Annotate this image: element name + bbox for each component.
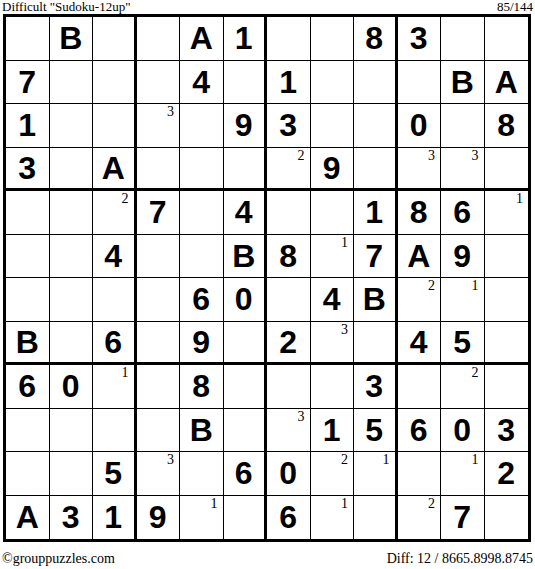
cell-r8c1[interactable]: B — [6, 322, 50, 366]
cell-r1c5[interactable]: A — [180, 17, 224, 61]
given-digit: 0 — [279, 457, 297, 489]
cell-r11c7[interactable]: 0 — [267, 452, 311, 496]
pencil-mark: 1 — [472, 453, 479, 468]
pencil-mark: 2 — [428, 497, 435, 512]
cell-r10c6[interactable] — [224, 409, 268, 453]
cell-r4c8[interactable]: 9 — [311, 148, 355, 192]
cell-r1c8[interactable] — [311, 17, 355, 61]
given-digit: 1 — [323, 414, 341, 446]
cell-r11c10[interactable] — [398, 452, 442, 496]
given-digit: 3 — [279, 109, 297, 141]
cell-r4c5[interactable] — [180, 148, 224, 192]
cell-r5c2[interactable] — [50, 191, 94, 235]
cell-r3c12[interactable]: 8 — [485, 104, 529, 148]
cell-r4c2[interactable] — [50, 148, 94, 192]
given-digit: 5 — [453, 326, 471, 358]
cell-r3c2[interactable] — [50, 104, 94, 148]
pencil-mark: 1 — [383, 453, 390, 468]
cell-r11c2[interactable] — [50, 452, 94, 496]
cell-r1c3[interactable] — [93, 17, 137, 61]
pencil-mark: 2 — [298, 149, 305, 164]
cell-r1c11[interactable] — [441, 17, 485, 61]
cell-r11c5[interactable] — [180, 452, 224, 496]
given-digit: 7 — [453, 501, 471, 533]
cell-r9c1[interactable]: 6 — [6, 365, 50, 409]
pencil-mark: 2 — [428, 279, 435, 294]
cell-r7c5[interactable]: 6 — [180, 278, 224, 322]
cell-r1c2[interactable]: B — [50, 17, 94, 61]
cell-r12c8[interactable]: 1 — [311, 496, 355, 540]
pencil-mark: 1 — [472, 279, 479, 294]
cell-r2c1[interactable]: 7 — [6, 61, 50, 105]
footer: ©grouppuzzles.com Diff: 12 / 8665.8998.8… — [2, 551, 533, 568]
cell-r11c8[interactable]: 2 — [311, 452, 355, 496]
cell-r5c4[interactable]: 7 — [137, 191, 181, 235]
given-digit: 3 — [62, 501, 80, 533]
pencil-mark: 1 — [516, 192, 523, 207]
given-digit: 4 — [410, 326, 428, 358]
cell-r6c11[interactable]: 9 — [441, 235, 485, 279]
cell-r10c10[interactable]: 6 — [398, 409, 442, 453]
cell-r11c6[interactable]: 6 — [224, 452, 268, 496]
cell-r3c8[interactable] — [311, 104, 355, 148]
cell-r8c8[interactable]: 3 — [311, 322, 355, 366]
given-digit: 4 — [235, 196, 253, 228]
cell-r2c6[interactable] — [224, 61, 268, 105]
cell-r6c5[interactable] — [180, 235, 224, 279]
given-digit: A — [102, 152, 125, 184]
given-digit: 6 — [453, 196, 471, 228]
cell-r11c4[interactable]: 3 — [137, 452, 181, 496]
cell-r12c6[interactable] — [224, 496, 268, 540]
cell-r1c9[interactable]: 8 — [354, 17, 398, 61]
cell-r8c11[interactable]: 5 — [441, 322, 485, 366]
cell-r3c1[interactable]: 1 — [6, 104, 50, 148]
pencil-mark: 3 — [298, 410, 305, 425]
cell-r10c5[interactable]: B — [180, 409, 224, 453]
given-digit: 4 — [104, 240, 122, 272]
cell-r1c4[interactable] — [137, 17, 181, 61]
given-digit: 1 — [18, 109, 36, 141]
cell-r2c2[interactable] — [50, 61, 94, 105]
cell-r9c4[interactable] — [137, 365, 181, 409]
cell-r6c2[interactable] — [50, 235, 94, 279]
cell-r12c10[interactable]: 2 — [398, 496, 442, 540]
cell-r4c12[interactable] — [485, 148, 529, 192]
cell-r1c10[interactable]: 3 — [398, 17, 442, 61]
cell-r8c10[interactable]: 4 — [398, 322, 442, 366]
cell-r6c7[interactable]: 8 — [267, 235, 311, 279]
given-digit: 9 — [323, 152, 341, 184]
cell-r8c4[interactable] — [137, 322, 181, 366]
cell-r10c8[interactable]: 1 — [311, 409, 355, 453]
cell-r7c8[interactable]: 4 — [311, 278, 355, 322]
given-digit: B — [59, 22, 82, 54]
cell-r5c9[interactable]: 1 — [354, 191, 398, 235]
given-digit: 4 — [192, 66, 210, 98]
cell-r5c5[interactable] — [180, 191, 224, 235]
given-digit: 8 — [410, 196, 428, 228]
cell-r5c11[interactable]: 6 — [441, 191, 485, 235]
cell-r8c6[interactable] — [224, 322, 268, 366]
given-digit: 0 — [235, 283, 253, 315]
cell-r12c4[interactable]: 9 — [137, 496, 181, 540]
given-digit: A — [495, 66, 518, 98]
cell-r5c12[interactable]: 1 — [485, 191, 529, 235]
cell-r5c1[interactable] — [6, 191, 50, 235]
cell-r10c12[interactable]: 3 — [485, 409, 529, 453]
cell-r4c3[interactable]: A — [93, 148, 137, 192]
given-digit: 1 — [104, 501, 122, 533]
cell-r9c8[interactable] — [311, 365, 355, 409]
given-digit: 9 — [149, 501, 167, 533]
given-digit: A — [407, 240, 430, 272]
given-digit: A — [190, 22, 213, 54]
header: Difficult "Sudoku-12up" 85/144 — [2, 0, 533, 14]
given-digit: 7 — [149, 196, 167, 228]
cell-r9c10[interactable] — [398, 365, 442, 409]
cell-r12c5[interactable]: 1 — [180, 496, 224, 540]
given-digit: B — [363, 283, 386, 315]
pencil-mark: 2 — [122, 192, 129, 207]
cell-r10c9[interactable]: 5 — [354, 409, 398, 453]
cell-r4c1[interactable]: 3 — [6, 148, 50, 192]
given-digit: 6 — [279, 501, 297, 533]
cell-r2c7[interactable]: 1 — [267, 61, 311, 105]
given-digit: A — [16, 501, 39, 533]
given-digit: 0 — [62, 370, 80, 402]
given-digit: 9 — [192, 326, 210, 358]
pencil-mark: 3 — [341, 323, 348, 338]
cell-r1c7[interactable] — [267, 17, 311, 61]
cell-r8c9[interactable] — [354, 322, 398, 366]
cell-r10c2[interactable] — [50, 409, 94, 453]
cell-r5c6[interactable]: 4 — [224, 191, 268, 235]
cell-r3c10[interactable]: 0 — [398, 104, 442, 148]
cell-r12c11[interactable]: 7 — [441, 496, 485, 540]
copyright-text: ©grouppuzzles.com — [2, 551, 115, 567]
given-digit: 8 — [192, 370, 210, 402]
given-digit: 3 — [365, 370, 383, 402]
cell-r8c5[interactable]: 9 — [180, 322, 224, 366]
puzzle-counter: 85/144 — [497, 0, 533, 14]
cell-r5c3[interactable]: 2 — [93, 191, 137, 235]
cell-r2c9[interactable] — [354, 61, 398, 105]
cell-r3c11[interactable] — [441, 104, 485, 148]
cell-r10c11[interactable]: 0 — [441, 409, 485, 453]
cell-r9c2[interactable]: 0 — [50, 365, 94, 409]
cell-r9c3[interactable]: 1 — [93, 365, 137, 409]
given-digit: 7 — [18, 66, 36, 98]
cell-r7c1[interactable] — [6, 278, 50, 322]
cell-r7c4[interactable] — [137, 278, 181, 322]
cell-r6c10[interactable]: A — [398, 235, 442, 279]
cell-r11c11[interactable]: 1 — [441, 452, 485, 496]
cell-r12c3[interactable]: 1 — [93, 496, 137, 540]
pencil-mark: 3 — [167, 105, 174, 120]
given-digit: 0 — [453, 414, 471, 446]
given-digit: 2 — [279, 326, 297, 358]
cell-r12c2[interactable]: 3 — [50, 496, 94, 540]
cell-r4c6[interactable] — [224, 148, 268, 192]
cell-r1c12[interactable] — [485, 17, 529, 61]
cell-r8c12[interactable] — [485, 322, 529, 366]
given-digit: 0 — [410, 109, 428, 141]
given-digit: B — [16, 326, 39, 358]
given-digit: 4 — [323, 283, 341, 315]
pencil-mark: 1 — [341, 497, 348, 512]
cell-r6c6[interactable]: B — [224, 235, 268, 279]
cell-r8c2[interactable] — [50, 322, 94, 366]
given-digit: 5 — [365, 414, 383, 446]
cell-r7c12[interactable] — [485, 278, 529, 322]
cell-r5c8[interactable] — [311, 191, 355, 235]
given-digit: B — [451, 66, 474, 98]
cell-r12c12[interactable] — [485, 496, 529, 540]
cell-r7c9[interactable]: B — [354, 278, 398, 322]
cell-r11c12[interactable]: 2 — [485, 452, 529, 496]
cell-r9c7[interactable] — [267, 365, 311, 409]
cell-r5c7[interactable] — [267, 191, 311, 235]
cell-r4c7[interactable]: 2 — [267, 148, 311, 192]
cell-r11c1[interactable] — [6, 452, 50, 496]
given-digit: 1 — [235, 22, 253, 54]
pencil-mark: 1 — [211, 497, 218, 512]
cell-r8c3[interactable]: 6 — [93, 322, 137, 366]
cell-r3c4[interactable]: 3 — [137, 104, 181, 148]
cell-r4c9[interactable] — [354, 148, 398, 192]
cell-r2c5[interactable]: 4 — [180, 61, 224, 105]
cell-r5c10[interactable]: 8 — [398, 191, 442, 235]
given-digit: 3 — [497, 414, 515, 446]
cell-r11c9[interactable]: 1 — [354, 452, 398, 496]
pencil-mark: 1 — [341, 236, 348, 251]
cell-r8c7[interactable]: 2 — [267, 322, 311, 366]
cell-r12c9[interactable] — [354, 496, 398, 540]
cell-r4c4[interactable] — [137, 148, 181, 192]
cell-r1c6[interactable]: 1 — [224, 17, 268, 61]
cell-r6c9[interactable]: 7 — [354, 235, 398, 279]
given-digit: 9 — [453, 240, 471, 272]
cell-r7c3[interactable] — [93, 278, 137, 322]
cell-r7c2[interactable] — [50, 278, 94, 322]
given-digit: 6 — [410, 414, 428, 446]
given-digit: 3 — [18, 152, 36, 184]
cell-r3c9[interactable] — [354, 104, 398, 148]
pencil-mark: 2 — [341, 453, 348, 468]
cell-r3c6[interactable]: 9 — [224, 104, 268, 148]
cell-r11c3[interactable]: 5 — [93, 452, 137, 496]
cell-r10c7[interactable]: 3 — [267, 409, 311, 453]
cell-r1c1[interactable] — [6, 17, 50, 61]
cell-r7c7[interactable] — [267, 278, 311, 322]
cell-r3c7[interactable]: 3 — [267, 104, 311, 148]
given-digit: 1 — [279, 66, 297, 98]
cell-r4c11[interactable]: 3 — [441, 148, 485, 192]
cell-r12c1[interactable]: A — [6, 496, 50, 540]
cell-r6c3[interactable]: 4 — [93, 235, 137, 279]
cell-r10c3[interactable] — [93, 409, 137, 453]
cell-r4c10[interactable]: 3 — [398, 148, 442, 192]
given-digit: 2 — [497, 457, 515, 489]
cell-r12c7[interactable]: 6 — [267, 496, 311, 540]
cell-r2c10[interactable] — [398, 61, 442, 105]
difficulty-text: Diff: 12 / 8665.8998.8745 — [387, 551, 533, 567]
given-digit: 6 — [18, 370, 36, 402]
given-digit: 1 — [365, 196, 383, 228]
puzzle-title: Difficult "Sudoku-12up" — [2, 0, 130, 14]
pencil-mark: 2 — [472, 366, 479, 381]
cell-r9c5[interactable]: 8 — [180, 365, 224, 409]
cell-r6c8[interactable]: 1 — [311, 235, 355, 279]
cell-r6c1[interactable] — [6, 235, 50, 279]
pencil-mark: 3 — [167, 453, 174, 468]
cell-r7c6[interactable]: 0 — [224, 278, 268, 322]
cell-r10c4[interactable] — [137, 409, 181, 453]
cell-r10c1[interactable] — [6, 409, 50, 453]
given-digit: 3 — [410, 22, 428, 54]
cell-r7c10[interactable]: 2 — [398, 278, 442, 322]
cell-r2c11[interactable]: B — [441, 61, 485, 105]
cell-r2c4[interactable] — [137, 61, 181, 105]
cell-r3c3[interactable] — [93, 104, 137, 148]
cell-r2c3[interactable] — [93, 61, 137, 105]
cell-r2c12[interactable]: A — [485, 61, 529, 105]
cell-r2c8[interactable] — [311, 61, 355, 105]
given-digit: 8 — [279, 240, 297, 272]
given-digit: 6 — [192, 283, 210, 315]
cell-r3c5[interactable] — [180, 104, 224, 148]
cell-r9c11[interactable]: 2 — [441, 365, 485, 409]
given-digit: 6 — [235, 457, 253, 489]
cell-r9c9[interactable]: 3 — [354, 365, 398, 409]
sudoku-grid: BA183741BA1393083A293327418614B817A9604B… — [3, 14, 531, 542]
given-digit: B — [190, 414, 213, 446]
given-digit: 6 — [104, 326, 122, 358]
cell-r6c12[interactable] — [485, 235, 529, 279]
given-digit: 5 — [104, 457, 122, 489]
given-digit: 7 — [365, 240, 383, 272]
given-digit: 9 — [235, 109, 253, 141]
given-digit: 8 — [365, 22, 383, 54]
given-digit: 8 — [497, 109, 515, 141]
cell-r9c12[interactable] — [485, 365, 529, 409]
cell-r7c11[interactable]: 1 — [441, 278, 485, 322]
pencil-mark: 3 — [472, 149, 479, 164]
cell-r9c6[interactable] — [224, 365, 268, 409]
pencil-mark: 1 — [122, 366, 129, 381]
cell-r6c4[interactable] — [137, 235, 181, 279]
given-digit: B — [232, 240, 255, 272]
pencil-mark: 3 — [428, 149, 435, 164]
